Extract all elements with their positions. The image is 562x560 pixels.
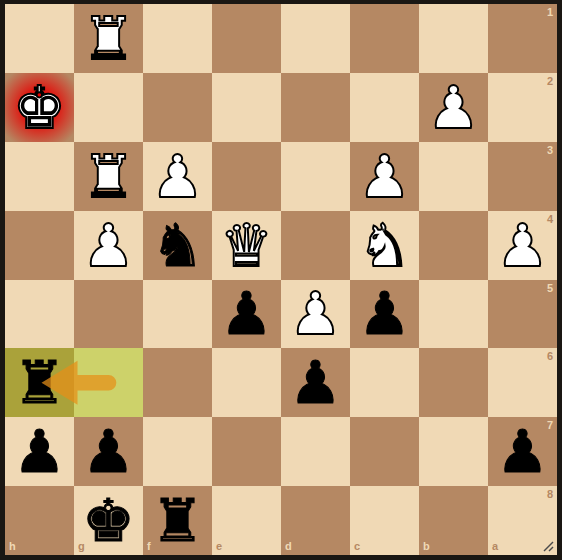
- square-h3[interactable]: [5, 142, 74, 211]
- piece-black-knight-f4[interactable]: ♞: [143, 211, 212, 280]
- square-d2[interactable]: [281, 73, 350, 142]
- piece-white-rook-g1[interactable]: ♜: [74, 4, 143, 73]
- square-f5[interactable]: [143, 280, 212, 349]
- piece-white-pawn-a4[interactable]: ♟: [488, 211, 557, 280]
- rank-label-5: 5: [547, 283, 553, 294]
- file-label-h: h: [9, 541, 16, 552]
- piece-black-pawn-d6[interactable]: ♟: [281, 348, 350, 417]
- square-h4[interactable]: [5, 211, 74, 280]
- piece-black-pawn-h7[interactable]: ♟: [5, 417, 74, 486]
- square-b5[interactable]: [419, 280, 488, 349]
- square-e1[interactable]: [212, 4, 281, 73]
- square-a2[interactable]: 2: [488, 73, 557, 142]
- square-g5[interactable]: [74, 280, 143, 349]
- square-b6[interactable]: [419, 348, 488, 417]
- piece-black-pawn-c5[interactable]: ♟: [350, 280, 419, 349]
- piece-white-rook-g3[interactable]: ♜: [74, 142, 143, 211]
- piece-black-rook-f8[interactable]: ♜: [143, 486, 212, 555]
- piece-black-pawn-e5[interactable]: ♟: [212, 280, 281, 349]
- square-d3[interactable]: [281, 142, 350, 211]
- square-a6[interactable]: 6: [488, 348, 557, 417]
- piece-white-pawn-f3[interactable]: ♟: [143, 142, 212, 211]
- square-e2[interactable]: [212, 73, 281, 142]
- square-d7[interactable]: [281, 417, 350, 486]
- square-e3[interactable]: [212, 142, 281, 211]
- piece-white-knight-c4[interactable]: ♞: [350, 211, 419, 280]
- square-b8[interactable]: b: [419, 486, 488, 555]
- square-f1[interactable]: [143, 4, 212, 73]
- square-g2[interactable]: [74, 73, 143, 142]
- piece-white-pawn-c3[interactable]: ♟: [350, 142, 419, 211]
- square-h5[interactable]: [5, 280, 74, 349]
- rank-label-1: 1: [547, 7, 553, 18]
- square-e7[interactable]: [212, 417, 281, 486]
- square-c2[interactable]: [350, 73, 419, 142]
- square-d8[interactable]: d: [281, 486, 350, 555]
- square-e6[interactable]: [212, 348, 281, 417]
- rank-label-8: 8: [547, 489, 553, 500]
- square-a1[interactable]: 1: [488, 4, 557, 73]
- piece-black-king-g8[interactable]: ♚: [74, 486, 143, 555]
- file-label-e: e: [216, 541, 222, 552]
- square-b3[interactable]: [419, 142, 488, 211]
- file-label-a: a: [492, 541, 498, 552]
- piece-white-queen-e4[interactable]: ♛: [212, 211, 281, 280]
- square-f6[interactable]: [143, 348, 212, 417]
- square-b4[interactable]: [419, 211, 488, 280]
- board-resize-handle-icon[interactable]: [542, 540, 555, 553]
- square-b1[interactable]: [419, 4, 488, 73]
- rank-label-2: 2: [547, 76, 553, 87]
- piece-white-pawn-d5[interactable]: ♟: [281, 280, 350, 349]
- rank-label-6: 6: [547, 351, 553, 362]
- piece-black-pawn-a7[interactable]: ♟: [488, 417, 557, 486]
- piece-white-pawn-g4[interactable]: ♟: [74, 211, 143, 280]
- file-label-d: d: [285, 541, 292, 552]
- square-a5[interactable]: 5: [488, 280, 557, 349]
- piece-white-pawn-b2[interactable]: ♟: [419, 73, 488, 142]
- file-label-c: c: [354, 541, 360, 552]
- square-d4[interactable]: [281, 211, 350, 280]
- chess-board: 1234567hgfedcb8a♜♚♟♜♟♟♟♞♛♞♟♟♟♟♜♟♟♟♟♚♜: [5, 4, 557, 555]
- square-h8[interactable]: h: [5, 486, 74, 555]
- piece-white-king-h2[interactable]: ♚: [5, 73, 74, 142]
- square-c8[interactable]: c: [350, 486, 419, 555]
- file-label-b: b: [423, 541, 430, 552]
- rank-label-3: 3: [547, 145, 553, 156]
- piece-black-rook-h6[interactable]: ♜: [5, 348, 74, 417]
- piece-black-pawn-g7[interactable]: ♟: [74, 417, 143, 486]
- square-f2[interactable]: [143, 73, 212, 142]
- board-frame: 1234567hgfedcb8a♜♚♟♜♟♟♟♞♛♞♟♟♟♟♜♟♟♟♟♚♜: [0, 0, 562, 560]
- square-a3[interactable]: 3: [488, 142, 557, 211]
- square-f7[interactable]: [143, 417, 212, 486]
- square-d1[interactable]: [281, 4, 350, 73]
- square-c1[interactable]: [350, 4, 419, 73]
- square-g6[interactable]: [74, 348, 143, 417]
- square-c6[interactable]: [350, 348, 419, 417]
- square-b7[interactable]: [419, 417, 488, 486]
- square-c7[interactable]: [350, 417, 419, 486]
- square-e8[interactable]: e: [212, 486, 281, 555]
- square-h1[interactable]: [5, 4, 74, 73]
